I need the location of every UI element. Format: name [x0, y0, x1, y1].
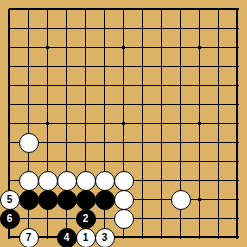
intersection[interactable]	[57, 114, 76, 133]
intersection[interactable]	[57, 38, 76, 57]
grid-line-horizontal	[95, 85, 114, 86]
intersection[interactable]: 5	[0, 190, 19, 209]
intersection[interactable]	[228, 76, 247, 95]
intersection[interactable]	[76, 95, 95, 114]
intersection[interactable]	[209, 19, 228, 38]
grid-line-horizontal	[19, 218, 38, 219]
grid-line-vertical	[218, 9, 219, 19]
grid-line-horizontal	[152, 180, 171, 181]
intersection[interactable]	[190, 95, 209, 114]
intersection[interactable]	[114, 0, 133, 19]
white-stone	[57, 171, 77, 191]
intersection[interactable]	[114, 76, 133, 95]
intersection[interactable]	[0, 0, 19, 19]
grid-line-horizontal	[9, 161, 19, 162]
intersection[interactable]	[228, 152, 247, 171]
intersection[interactable]	[228, 171, 247, 190]
grid-line-vertical	[161, 9, 162, 19]
intersection[interactable]	[190, 190, 209, 209]
intersection[interactable]	[133, 190, 152, 209]
grid-line-horizontal	[228, 199, 239, 200]
intersection[interactable]	[209, 190, 228, 209]
black-stone	[95, 190, 115, 210]
intersection[interactable]	[57, 76, 76, 95]
intersection[interactable]	[95, 19, 114, 38]
grid-line-horizontal	[228, 85, 239, 86]
intersection[interactable]	[114, 209, 133, 228]
intersection[interactable]	[38, 152, 57, 171]
intersection[interactable]: 4	[57, 228, 76, 247]
intersection[interactable]	[133, 133, 152, 152]
intersection[interactable]	[228, 114, 247, 133]
intersection[interactable]	[114, 133, 133, 152]
intersection[interactable]	[133, 171, 152, 190]
intersection[interactable]	[209, 152, 228, 171]
intersection[interactable]	[95, 152, 114, 171]
intersection[interactable]	[76, 0, 95, 19]
grid-line-horizontal	[38, 66, 57, 67]
intersection[interactable]	[152, 38, 171, 57]
grid-line-horizontal	[228, 236, 239, 238]
grid-line-horizontal	[114, 66, 133, 67]
intersection[interactable]	[133, 57, 152, 76]
grid-line-horizontal	[152, 123, 171, 124]
intersection[interactable]	[0, 57, 19, 76]
grid-line-horizontal	[190, 142, 209, 143]
intersection[interactable]	[95, 57, 114, 76]
grid-line-horizontal	[9, 85, 19, 86]
intersection[interactable]	[171, 209, 190, 228]
intersection[interactable]	[19, 19, 38, 38]
white-stone-move-7: 7	[19, 228, 39, 247]
grid-line-horizontal	[9, 123, 19, 124]
intersection[interactable]	[114, 152, 133, 171]
intersection[interactable]	[133, 76, 152, 95]
intersection[interactable]	[133, 38, 152, 57]
intersection[interactable]	[209, 133, 228, 152]
grid-line-horizontal	[171, 180, 190, 181]
intersection[interactable]	[190, 38, 209, 57]
grid-line-horizontal	[9, 8, 19, 10]
white-stone	[76, 171, 96, 191]
grid-line-vertical	[66, 9, 67, 19]
grid-line-horizontal	[228, 161, 239, 162]
intersection[interactable]	[95, 95, 114, 114]
grid-line-horizontal	[190, 180, 209, 181]
intersection[interactable]	[228, 38, 247, 57]
intersection[interactable]	[19, 57, 38, 76]
grid-line-horizontal	[190, 85, 209, 86]
grid-line-horizontal	[152, 8, 171, 10]
intersection[interactable]	[57, 209, 76, 228]
intersection[interactable]	[114, 171, 133, 190]
intersection[interactable]	[57, 171, 76, 190]
intersection[interactable]	[95, 76, 114, 95]
intersection[interactable]: 2	[76, 209, 95, 228]
grid-line-horizontal	[95, 104, 114, 105]
grid-line-horizontal	[57, 47, 76, 48]
intersection[interactable]	[38, 19, 57, 38]
intersection[interactable]	[19, 171, 38, 190]
intersection[interactable]	[0, 133, 19, 152]
intersection[interactable]	[190, 152, 209, 171]
intersection[interactable]	[0, 171, 19, 190]
grid-line-horizontal	[133, 161, 152, 162]
intersection[interactable]	[152, 152, 171, 171]
grid-line-horizontal	[209, 104, 228, 105]
intersection[interactable]	[152, 76, 171, 95]
grid-line-vertical	[123, 9, 124, 19]
grid-line-horizontal	[228, 8, 239, 10]
grid-line-horizontal	[9, 180, 19, 181]
grid-line-horizontal	[171, 161, 190, 162]
intersection[interactable]	[171, 114, 190, 133]
grid-line-vertical	[180, 9, 181, 19]
grid-line-horizontal	[152, 236, 171, 238]
grid-line-horizontal	[95, 161, 114, 162]
intersection[interactable]	[209, 38, 228, 57]
intersection[interactable]	[209, 57, 228, 76]
intersection[interactable]	[0, 114, 19, 133]
grid-line-horizontal	[133, 47, 152, 48]
grid-line-horizontal	[19, 85, 38, 86]
intersection[interactable]	[133, 19, 152, 38]
intersection[interactable]	[114, 114, 133, 133]
intersection[interactable]	[228, 228, 247, 247]
intersection[interactable]	[57, 95, 76, 114]
intersection[interactable]	[76, 152, 95, 171]
intersection[interactable]	[228, 209, 247, 228]
intersection[interactable]	[228, 190, 247, 209]
intersection[interactable]	[114, 190, 133, 209]
intersection[interactable]	[19, 152, 38, 171]
grid-line-horizontal	[133, 218, 152, 219]
grid-line-horizontal	[152, 199, 171, 200]
grid-line-horizontal	[228, 142, 239, 143]
intersection[interactable]	[114, 228, 133, 247]
intersection[interactable]	[0, 152, 19, 171]
grid-line-horizontal	[209, 236, 228, 238]
grid-line-horizontal	[171, 236, 190, 238]
grid-line-horizontal	[152, 66, 171, 67]
grid-line-horizontal	[76, 66, 95, 67]
grid-line-horizontal	[190, 8, 209, 10]
intersection[interactable]	[171, 57, 190, 76]
intersection[interactable]	[190, 76, 209, 95]
grid-line-horizontal	[133, 8, 152, 10]
intersection[interactable]	[190, 0, 209, 19]
grid-line-horizontal	[76, 123, 95, 124]
intersection[interactable]	[57, 190, 76, 209]
intersection[interactable]	[57, 19, 76, 38]
white-stone-move-3: 3	[95, 228, 115, 247]
white-stone	[19, 171, 39, 191]
grid-line-horizontal	[38, 104, 57, 105]
intersection[interactable]	[57, 152, 76, 171]
intersection[interactable]	[228, 133, 247, 152]
intersection[interactable]	[209, 209, 228, 228]
intersection[interactable]	[38, 114, 57, 133]
white-stone	[171, 190, 191, 210]
grid-line-horizontal	[38, 218, 57, 219]
grid-line-horizontal	[114, 236, 133, 238]
intersection[interactable]	[38, 228, 57, 247]
grid-line-horizontal	[19, 66, 38, 67]
grid-line-horizontal	[95, 66, 114, 67]
grid-line-horizontal	[38, 161, 57, 162]
grid-line-horizontal	[190, 66, 209, 67]
intersection[interactable]	[19, 76, 38, 95]
intersection[interactable]	[114, 19, 133, 38]
intersection[interactable]	[57, 0, 76, 19]
intersection[interactable]	[95, 190, 114, 209]
intersection[interactable]	[133, 209, 152, 228]
intersection[interactable]	[190, 209, 209, 228]
white-stone	[114, 209, 134, 229]
intersection[interactable]	[76, 190, 95, 209]
grid-line-horizontal	[57, 218, 76, 219]
intersection[interactable]	[95, 171, 114, 190]
white-stone	[19, 133, 39, 153]
grid-line-horizontal	[57, 142, 76, 143]
grid-line-horizontal	[171, 85, 190, 86]
intersection[interactable]	[76, 114, 95, 133]
intersection[interactable]	[76, 57, 95, 76]
intersection[interactable]	[209, 228, 228, 247]
intersection[interactable]	[152, 209, 171, 228]
intersection[interactable]	[19, 209, 38, 228]
intersection[interactable]	[19, 95, 38, 114]
grid-line-horizontal	[133, 85, 152, 86]
goban: 5627413	[0, 0, 247, 247]
grid-line-horizontal	[133, 66, 152, 67]
grid-line-horizontal	[152, 47, 171, 48]
grid-line-horizontal	[95, 123, 114, 124]
intersection[interactable]	[190, 114, 209, 133]
grid-line-horizontal	[209, 161, 228, 162]
intersection[interactable]	[19, 133, 38, 152]
intersection[interactable]	[133, 0, 152, 19]
white-stone	[95, 171, 115, 191]
grid-line-horizontal	[57, 85, 76, 86]
intersection[interactable]	[38, 133, 57, 152]
intersection[interactable]	[171, 228, 190, 247]
intersection[interactable]	[209, 0, 228, 19]
grid-line-horizontal	[114, 28, 133, 29]
grid-line-vertical	[8, 9, 10, 19]
intersection[interactable]: 3	[95, 228, 114, 247]
grid-line-vertical	[142, 9, 143, 19]
intersection[interactable]	[171, 171, 190, 190]
intersection[interactable]	[38, 76, 57, 95]
intersection[interactable]	[152, 190, 171, 209]
intersection[interactable]	[95, 38, 114, 57]
intersection[interactable]	[152, 114, 171, 133]
star-point	[122, 46, 125, 49]
grid-line-horizontal	[190, 161, 209, 162]
grid-line-horizontal	[190, 104, 209, 105]
grid-line-horizontal	[76, 142, 95, 143]
intersection[interactable]	[171, 133, 190, 152]
intersection[interactable]	[114, 57, 133, 76]
intersection[interactable]	[0, 76, 19, 95]
black-stone-move-6: 6	[0, 209, 20, 229]
intersection[interactable]	[57, 57, 76, 76]
star-point	[46, 122, 49, 125]
intersection[interactable]	[19, 38, 38, 57]
grid-line-horizontal	[57, 28, 76, 29]
grid-line-horizontal	[19, 28, 38, 29]
grid-line-horizontal	[228, 104, 239, 105]
white-stone-move-5: 5	[0, 190, 20, 210]
intersection[interactable]	[190, 133, 209, 152]
grid-line-vertical	[28, 9, 29, 19]
black-stone-move-2: 2	[76, 209, 96, 229]
white-stone	[114, 171, 134, 191]
grid-line-horizontal	[190, 236, 209, 238]
grid-line-horizontal	[9, 47, 19, 48]
grid-line-vertical	[199, 9, 200, 19]
intersection[interactable]	[133, 95, 152, 114]
grid-line-horizontal	[19, 8, 38, 10]
grid-line-horizontal	[9, 104, 19, 105]
grid-line-horizontal	[57, 161, 76, 162]
intersection[interactable]	[190, 19, 209, 38]
intersection[interactable]	[152, 0, 171, 19]
grid-line-horizontal	[19, 123, 38, 124]
intersection[interactable]	[0, 95, 19, 114]
intersection[interactable]	[171, 190, 190, 209]
star-point	[46, 46, 49, 49]
grid-line-horizontal	[209, 218, 228, 219]
intersection[interactable]	[38, 0, 57, 19]
grid-line-horizontal	[228, 218, 239, 219]
grid-line-horizontal	[114, 161, 133, 162]
grid-line-horizontal	[19, 47, 38, 48]
intersection[interactable]	[76, 133, 95, 152]
intersection[interactable]	[38, 95, 57, 114]
intersection[interactable]	[0, 19, 19, 38]
intersection[interactable]	[38, 190, 57, 209]
intersection[interactable]	[171, 76, 190, 95]
intersection[interactable]: 7	[19, 228, 38, 247]
intersection[interactable]	[171, 152, 190, 171]
grid-line-horizontal	[95, 142, 114, 143]
grid-line-horizontal	[228, 28, 239, 29]
intersection[interactable]	[0, 228, 19, 247]
grid-line-horizontal	[209, 85, 228, 86]
intersection[interactable]	[133, 228, 152, 247]
intersection[interactable]	[171, 95, 190, 114]
intersection[interactable]	[209, 95, 228, 114]
intersection[interactable]	[38, 38, 57, 57]
grid-line-horizontal	[38, 8, 57, 10]
intersection[interactable]	[0, 38, 19, 57]
grid-line-horizontal	[114, 142, 133, 143]
white-stone	[114, 190, 134, 210]
grid-line-horizontal	[228, 123, 239, 124]
intersection[interactable]	[114, 38, 133, 57]
intersection[interactable]	[152, 133, 171, 152]
grid-line-horizontal	[152, 161, 171, 162]
intersection[interactable]	[76, 76, 95, 95]
intersection[interactable]	[228, 19, 247, 38]
intersection[interactable]	[76, 171, 95, 190]
intersection[interactable]	[19, 190, 38, 209]
grid-line-horizontal	[9, 66, 19, 67]
intersection[interactable]	[228, 95, 247, 114]
grid-line-horizontal	[95, 47, 114, 48]
grid-line-horizontal	[76, 161, 95, 162]
grid-line-horizontal	[95, 218, 114, 219]
intersection[interactable]	[38, 209, 57, 228]
intersection[interactable]	[152, 19, 171, 38]
intersection[interactable]	[209, 171, 228, 190]
grid-line-horizontal	[76, 8, 95, 10]
grid-line-vertical	[85, 9, 86, 19]
intersection[interactable]	[38, 171, 57, 190]
intersection[interactable]	[57, 133, 76, 152]
grid-line-horizontal	[152, 218, 171, 219]
intersection[interactable]	[19, 114, 38, 133]
intersection[interactable]	[190, 57, 209, 76]
grid-line-horizontal	[9, 28, 19, 29]
intersection[interactable]	[38, 57, 57, 76]
grid-line-vertical	[236, 9, 238, 19]
grid-line-horizontal	[209, 180, 228, 181]
intersection[interactable]: 6	[0, 209, 19, 228]
intersection[interactable]	[133, 152, 152, 171]
grid-line-horizontal	[152, 142, 171, 143]
intersection[interactable]	[95, 114, 114, 133]
intersection[interactable]	[171, 0, 190, 19]
intersection[interactable]	[114, 95, 133, 114]
grid-line-horizontal	[152, 28, 171, 29]
intersection[interactable]: 1	[76, 228, 95, 247]
intersection[interactable]	[19, 0, 38, 19]
grid-line-horizontal	[133, 104, 152, 105]
intersection[interactable]	[171, 38, 190, 57]
intersection[interactable]	[152, 95, 171, 114]
intersection[interactable]	[76, 38, 95, 57]
white-stone	[38, 171, 58, 191]
intersection[interactable]	[152, 228, 171, 247]
intersection[interactable]	[95, 0, 114, 19]
intersection[interactable]	[190, 228, 209, 247]
intersection[interactable]	[76, 19, 95, 38]
intersection[interactable]	[190, 171, 209, 190]
grid-line-horizontal	[133, 123, 152, 124]
grid-line-horizontal	[76, 85, 95, 86]
intersection[interactable]	[209, 114, 228, 133]
intersection[interactable]	[152, 57, 171, 76]
grid-line-horizontal	[38, 28, 57, 29]
intersection[interactable]	[152, 171, 171, 190]
intersection[interactable]	[95, 209, 114, 228]
intersection[interactable]	[209, 76, 228, 95]
intersection[interactable]	[171, 19, 190, 38]
intersection[interactable]	[133, 114, 152, 133]
grid-line-horizontal	[171, 142, 190, 143]
intersection[interactable]	[228, 0, 247, 19]
black-stone	[76, 190, 96, 210]
intersection[interactable]	[228, 57, 247, 76]
intersection[interactable]	[95, 133, 114, 152]
grid-line-horizontal	[95, 28, 114, 29]
grid-line-horizontal	[171, 123, 190, 124]
grid-line-horizontal	[57, 123, 76, 124]
black-stone-move-4: 4	[57, 228, 77, 247]
